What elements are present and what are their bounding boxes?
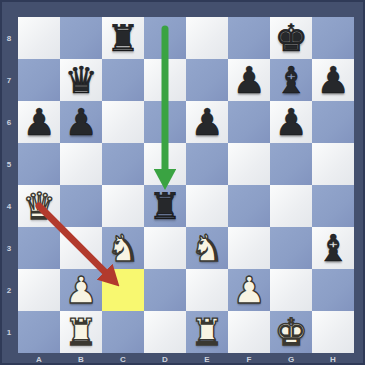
- square-g4[interactable]: [270, 185, 312, 227]
- square-f6[interactable]: [228, 101, 270, 143]
- rank-labels: 87654321: [0, 17, 18, 353]
- square-a4[interactable]: ♛: [18, 185, 60, 227]
- square-f3[interactable]: [228, 227, 270, 269]
- square-f4[interactable]: [228, 185, 270, 227]
- piece-black-pawn-a6[interactable]: ♟: [18, 101, 60, 143]
- square-h8[interactable]: [312, 17, 354, 59]
- chess-board: ♜♚♛♟♝♟♟♟♟♟♛♜♞♞♝♟♟♜♜♚: [18, 17, 354, 353]
- square-c5[interactable]: [102, 143, 144, 185]
- square-d6[interactable]: [144, 101, 186, 143]
- rank-label-8: 8: [0, 17, 18, 59]
- square-b5[interactable]: [60, 143, 102, 185]
- square-c7[interactable]: [102, 59, 144, 101]
- piece-black-queen-b7[interactable]: ♛: [60, 59, 102, 101]
- square-e2[interactable]: [186, 269, 228, 311]
- square-d7[interactable]: [144, 59, 186, 101]
- square-h6[interactable]: [312, 101, 354, 143]
- square-b6[interactable]: ♟: [60, 101, 102, 143]
- square-c3[interactable]: ♞: [102, 227, 144, 269]
- square-a6[interactable]: ♟: [18, 101, 60, 143]
- rank-label-2: 2: [0, 269, 18, 311]
- square-d4[interactable]: ♜: [144, 185, 186, 227]
- square-f7[interactable]: ♟: [228, 59, 270, 101]
- file-label-c: C: [102, 353, 144, 365]
- highlighted-square-c2[interactable]: [102, 269, 144, 311]
- square-b8[interactable]: [60, 17, 102, 59]
- square-c8[interactable]: ♜: [102, 17, 144, 59]
- square-e7[interactable]: [186, 59, 228, 101]
- piece-black-bishop-h3[interactable]: ♝: [312, 227, 354, 269]
- piece-black-pawn-b6[interactable]: ♟: [60, 101, 102, 143]
- square-b1[interactable]: ♜: [60, 311, 102, 353]
- file-label-f: F: [228, 353, 270, 365]
- rank-label-4: 4: [0, 185, 18, 227]
- square-e5[interactable]: [186, 143, 228, 185]
- square-g2[interactable]: [270, 269, 312, 311]
- square-a3[interactable]: [18, 227, 60, 269]
- piece-black-pawn-f7[interactable]: ♟: [228, 59, 270, 101]
- file-label-d: D: [144, 353, 186, 365]
- square-e1[interactable]: ♜: [186, 311, 228, 353]
- square-e4[interactable]: [186, 185, 228, 227]
- square-d5[interactable]: [144, 143, 186, 185]
- square-h5[interactable]: [312, 143, 354, 185]
- square-d2[interactable]: [144, 269, 186, 311]
- square-e6[interactable]: ♟: [186, 101, 228, 143]
- square-d8[interactable]: [144, 17, 186, 59]
- square-b3[interactable]: [60, 227, 102, 269]
- square-g3[interactable]: [270, 227, 312, 269]
- file-label-e: E: [186, 353, 228, 365]
- square-f2[interactable]: ♟: [228, 269, 270, 311]
- square-g5[interactable]: [270, 143, 312, 185]
- piece-black-rook-d4[interactable]: ♜: [144, 185, 186, 227]
- rank-label-6: 6: [0, 101, 18, 143]
- square-g6[interactable]: ♟: [270, 101, 312, 143]
- rank-label-1: 1: [0, 311, 18, 353]
- square-f5[interactable]: [228, 143, 270, 185]
- square-f1[interactable]: [228, 311, 270, 353]
- piece-white-rook-e1[interactable]: ♜: [186, 311, 228, 353]
- square-e8[interactable]: [186, 17, 228, 59]
- square-h2[interactable]: [312, 269, 354, 311]
- file-labels: ABCDEFGH: [18, 353, 354, 365]
- square-g8[interactable]: ♚: [270, 17, 312, 59]
- square-h4[interactable]: [312, 185, 354, 227]
- square-f8[interactable]: [228, 17, 270, 59]
- square-b7[interactable]: ♛: [60, 59, 102, 101]
- square-e3[interactable]: ♞: [186, 227, 228, 269]
- file-label-g: G: [270, 353, 312, 365]
- piece-black-rook-c8[interactable]: ♜: [102, 17, 144, 59]
- square-h1[interactable]: [312, 311, 354, 353]
- piece-black-king-g8[interactable]: ♚: [270, 17, 312, 59]
- square-h7[interactable]: ♟: [312, 59, 354, 101]
- square-a2[interactable]: [18, 269, 60, 311]
- piece-white-rook-b1[interactable]: ♜: [60, 311, 102, 353]
- square-b2[interactable]: ♟: [60, 269, 102, 311]
- square-d3[interactable]: [144, 227, 186, 269]
- square-g7[interactable]: ♝: [270, 59, 312, 101]
- chess-diagram: 87654321 ABCDEFGH ♜♚♛♟♝♟♟♟♟♟♛♜♞♞♝♟♟♜♜♚: [0, 0, 365, 365]
- rank-label-7: 7: [0, 59, 18, 101]
- file-label-a: A: [18, 353, 60, 365]
- square-a5[interactable]: [18, 143, 60, 185]
- file-label-h: H: [312, 353, 354, 365]
- square-c6[interactable]: [102, 101, 144, 143]
- piece-white-knight-e3[interactable]: ♞: [186, 227, 228, 269]
- square-a1[interactable]: [18, 311, 60, 353]
- file-label-b: B: [60, 353, 102, 365]
- square-a7[interactable]: [18, 59, 60, 101]
- square-c1[interactable]: [102, 311, 144, 353]
- piece-white-knight-c3[interactable]: ♞: [102, 227, 144, 269]
- piece-white-king-g1[interactable]: ♚: [270, 311, 312, 353]
- rank-label-3: 3: [0, 227, 18, 269]
- piece-black-pawn-h7[interactable]: ♟: [312, 59, 354, 101]
- square-g1[interactable]: ♚: [270, 311, 312, 353]
- square-a8[interactable]: [18, 17, 60, 59]
- square-b4[interactable]: [60, 185, 102, 227]
- piece-white-pawn-b2[interactable]: ♟: [60, 269, 102, 311]
- square-c4[interactable]: [102, 185, 144, 227]
- square-d1[interactable]: [144, 311, 186, 353]
- rank-label-5: 5: [0, 143, 18, 185]
- piece-black-pawn-e6[interactable]: ♟: [186, 101, 228, 143]
- piece-white-pawn-f2[interactable]: ♟: [228, 269, 270, 311]
- square-h3[interactable]: ♝: [312, 227, 354, 269]
- piece-white-queen-a4[interactable]: ♛: [18, 185, 60, 227]
- piece-black-pawn-g6[interactable]: ♟: [270, 101, 312, 143]
- piece-black-bishop-g7[interactable]: ♝: [270, 59, 312, 101]
